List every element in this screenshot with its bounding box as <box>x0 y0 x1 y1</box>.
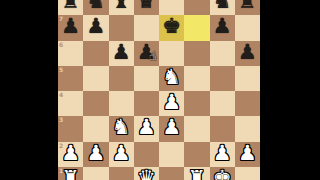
square-c5[interactable] <box>109 66 134 91</box>
square-f7[interactable] <box>184 15 209 40</box>
square-a5[interactable]: 5 <box>58 66 83 91</box>
piece-black-knight[interactable]: ♞ <box>213 0 232 12</box>
square-d4[interactable] <box>134 91 159 116</box>
square-a2[interactable]: 2♟ <box>58 142 83 167</box>
piece-white-king[interactable]: ♚ <box>213 168 232 180</box>
piece-white-pawn[interactable]: ♟ <box>162 117 181 138</box>
piece-black-pawn[interactable]: ♟ <box>112 42 131 63</box>
square-c7[interactable] <box>109 15 134 40</box>
rank-label-5: 5 <box>59 66 63 73</box>
square-h4[interactable] <box>235 91 260 116</box>
rank-label-7: 7 <box>59 15 63 22</box>
square-a1[interactable]: 1♜ <box>58 167 83 180</box>
square-h1[interactable] <box>235 167 260 180</box>
square-g1[interactable]: ♚ <box>210 167 235 180</box>
piece-white-pawn[interactable]: ♟ <box>86 143 105 164</box>
square-f2[interactable] <box>184 142 209 167</box>
square-b7[interactable]: ♟ <box>83 15 108 40</box>
chess-board: 8♜♞♝♛♞♜7♟♟♚♟6♟♟♟5♞4♟3♞♟♟2♟♟♟♟♟1♜♛♜♚ <box>58 0 260 180</box>
rank-label-2: 2 <box>59 142 63 149</box>
square-g2[interactable]: ♟ <box>210 142 235 167</box>
square-a4[interactable]: 4 <box>58 91 83 116</box>
square-h5[interactable] <box>235 66 260 91</box>
rank-label-4: 4 <box>59 91 63 98</box>
square-c8[interactable]: ♝ <box>109 0 134 15</box>
square-h7[interactable] <box>235 15 260 40</box>
square-a6[interactable]: 6 <box>58 41 83 66</box>
piece-white-rook[interactable]: ♜ <box>61 168 80 180</box>
screenshot-stage: 8♜♞♝♛♞♜7♟♟♚♟6♟♟♟5♞4♟3♞♟♟2♟♟♟♟♟1♜♛♜♚ ☝ <box>0 0 320 180</box>
square-d2[interactable] <box>134 142 159 167</box>
square-e4[interactable]: ♟ <box>159 91 184 116</box>
square-a8[interactable]: 8♜ <box>58 0 83 15</box>
square-b2[interactable]: ♟ <box>83 142 108 167</box>
square-c1[interactable] <box>109 167 134 180</box>
square-e8[interactable] <box>159 0 184 15</box>
square-b1[interactable] <box>83 167 108 180</box>
square-b6[interactable] <box>83 41 108 66</box>
square-g4[interactable] <box>210 91 235 116</box>
square-d1[interactable]: ♛ <box>134 167 159 180</box>
square-g7[interactable]: ♟ <box>210 15 235 40</box>
square-d8[interactable]: ♛ <box>134 0 159 15</box>
piece-black-pawn[interactable]: ♟ <box>238 42 257 63</box>
piece-white-rook[interactable]: ♜ <box>187 168 206 180</box>
square-h2[interactable]: ♟ <box>235 142 260 167</box>
piece-black-rook[interactable]: ♜ <box>61 0 80 12</box>
rank-label-3: 3 <box>59 116 63 123</box>
piece-black-rook[interactable]: ♜ <box>238 0 257 12</box>
square-e5[interactable]: ♞ <box>159 66 184 91</box>
square-d5[interactable] <box>134 66 159 91</box>
piece-white-knight[interactable]: ♞ <box>162 67 181 88</box>
square-h6[interactable]: ♟ <box>235 41 260 66</box>
square-d6[interactable]: ♟ <box>134 41 159 66</box>
square-h8[interactable]: ♜ <box>235 0 260 15</box>
square-f4[interactable] <box>184 91 209 116</box>
square-e1[interactable] <box>159 167 184 180</box>
square-e3[interactable]: ♟ <box>159 116 184 141</box>
piece-black-knight[interactable]: ♞ <box>86 0 105 12</box>
square-c4[interactable] <box>109 91 134 116</box>
square-d7[interactable] <box>134 15 159 40</box>
piece-white-queen[interactable]: ♛ <box>137 168 156 180</box>
square-c3[interactable]: ♞ <box>109 116 134 141</box>
piece-black-bishop[interactable]: ♝ <box>112 0 131 12</box>
piece-white-pawn[interactable]: ♟ <box>137 117 156 138</box>
square-b3[interactable] <box>83 116 108 141</box>
square-e6[interactable] <box>159 41 184 66</box>
square-a3[interactable]: 3 <box>58 116 83 141</box>
piece-white-pawn[interactable]: ♟ <box>238 143 257 164</box>
piece-white-pawn[interactable]: ♟ <box>213 143 232 164</box>
square-e2[interactable] <box>159 142 184 167</box>
piece-black-pawn[interactable]: ♟ <box>213 16 232 37</box>
piece-black-pawn[interactable]: ♟ <box>137 42 156 63</box>
square-b4[interactable] <box>83 91 108 116</box>
square-f6[interactable] <box>184 41 209 66</box>
square-f3[interactable] <box>184 116 209 141</box>
piece-white-pawn[interactable]: ♟ <box>162 92 181 113</box>
piece-black-queen[interactable]: ♛ <box>137 0 156 12</box>
square-g8[interactable]: ♞ <box>210 0 235 15</box>
square-d3[interactable]: ♟ <box>134 116 159 141</box>
square-b5[interactable] <box>83 66 108 91</box>
square-g6[interactable] <box>210 41 235 66</box>
piece-white-pawn[interactable]: ♟ <box>61 143 80 164</box>
piece-white-pawn[interactable]: ♟ <box>112 143 131 164</box>
piece-black-pawn[interactable]: ♟ <box>86 16 105 37</box>
square-b8[interactable]: ♞ <box>83 0 108 15</box>
square-f5[interactable] <box>184 66 209 91</box>
square-f1[interactable]: ♜ <box>184 167 209 180</box>
square-g5[interactable] <box>210 66 235 91</box>
piece-white-knight[interactable]: ♞ <box>112 117 131 138</box>
square-e7[interactable]: ♚ <box>159 15 184 40</box>
square-c2[interactable]: ♟ <box>109 142 134 167</box>
rank-label-6: 6 <box>59 41 63 48</box>
rank-label-1: 1 <box>59 167 63 174</box>
square-g3[interactable] <box>210 116 235 141</box>
square-a7[interactable]: 7♟ <box>58 15 83 40</box>
piece-black-pawn[interactable]: ♟ <box>61 16 80 37</box>
piece-black-king[interactable]: ♚ <box>162 16 181 37</box>
square-c6[interactable]: ♟ <box>109 41 134 66</box>
square-f8[interactable] <box>184 0 209 15</box>
square-h3[interactable] <box>235 116 260 141</box>
